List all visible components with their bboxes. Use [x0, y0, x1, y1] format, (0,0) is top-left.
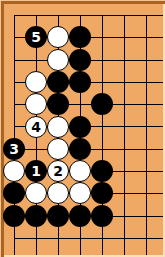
- stone-label: 3: [9, 141, 19, 155]
- stone-white: [47, 26, 69, 48]
- stone-white: [47, 182, 69, 204]
- stone-white: [25, 71, 47, 93]
- stone-white: [25, 182, 47, 204]
- stone-black: [91, 205, 113, 227]
- stone-black-1: 1: [25, 160, 47, 182]
- stone-label: 2: [53, 164, 63, 178]
- go-board: 54312: [0, 0, 165, 257]
- stone-black: [91, 93, 113, 115]
- board-frame-left-highlight: [0, 0, 1, 257]
- stone-black: [69, 26, 91, 48]
- stone-white-2: 2: [47, 160, 69, 182]
- stone-black: [69, 205, 91, 227]
- stone-black-3: 3: [3, 138, 25, 160]
- stone-black: [69, 116, 91, 138]
- stone-black: [3, 182, 25, 204]
- stone-white: [47, 116, 69, 138]
- stone-white: [69, 182, 91, 204]
- stone-white: [3, 160, 25, 182]
- stone-white-4: 4: [25, 116, 47, 138]
- stone-black: [3, 205, 25, 227]
- stone-black: [91, 160, 113, 182]
- stone-black: [69, 138, 91, 160]
- stone-white: [25, 93, 47, 115]
- stone-black: [47, 93, 69, 115]
- stone-white: [47, 49, 69, 71]
- stone-white: [47, 138, 69, 160]
- board-cut-edge-right: [163, 0, 165, 257]
- board-frame-top-highlight: [0, 0, 165, 1]
- stone-black: [47, 205, 69, 227]
- stone-black: [47, 71, 69, 93]
- stone-black: [69, 49, 91, 71]
- go-board-grid: 54312: [3, 4, 157, 249]
- stone-black: [91, 182, 113, 204]
- stone-black: [69, 71, 91, 93]
- stone-black-5: 5: [25, 26, 47, 48]
- stone-white: [69, 160, 91, 182]
- stone-label: 1: [31, 164, 41, 178]
- stone-black: [25, 205, 47, 227]
- stone-label: 5: [31, 30, 41, 44]
- stone-label: 4: [31, 119, 41, 133]
